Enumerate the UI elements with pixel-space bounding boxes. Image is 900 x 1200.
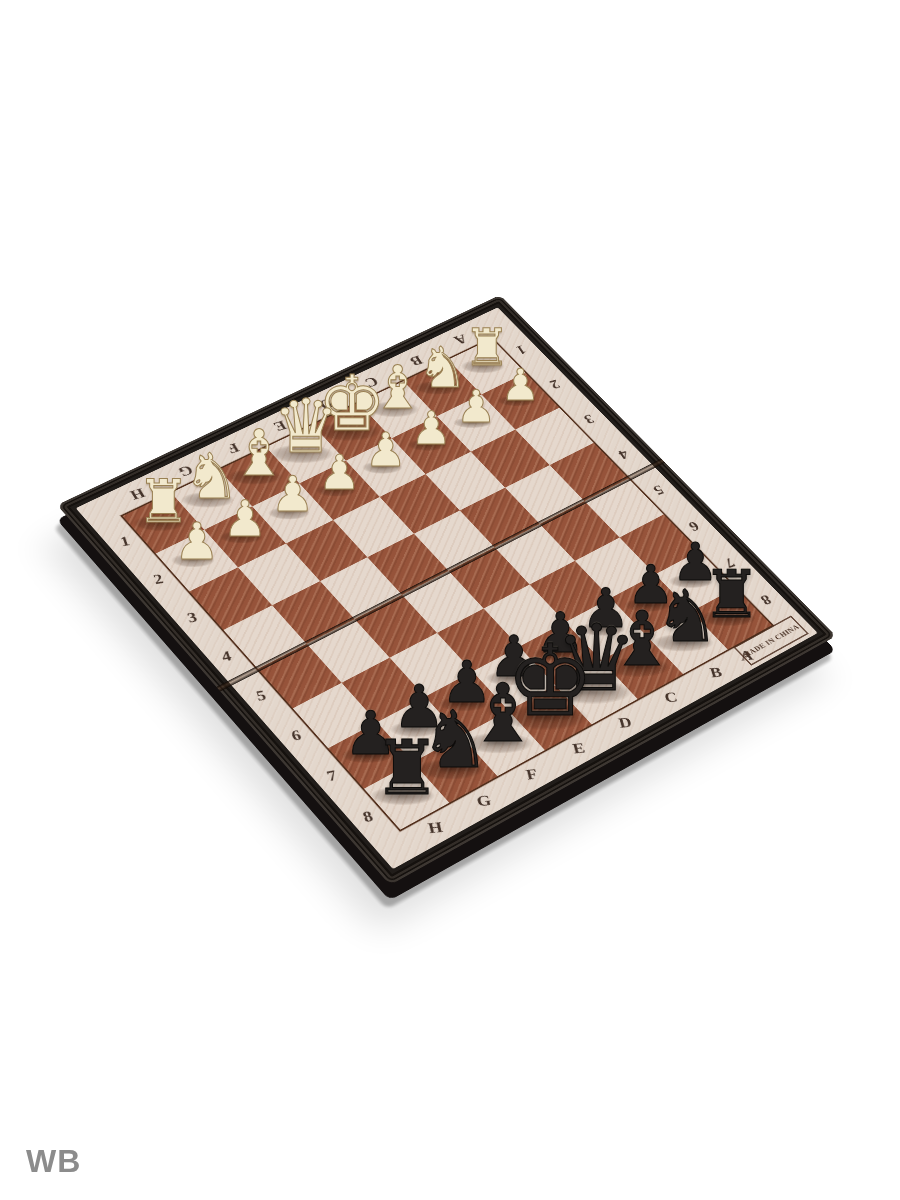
file-label-left-b: B	[407, 352, 426, 368]
rank-label-top-8: 8	[757, 591, 775, 608]
rank-label-bottom-1: 1	[118, 533, 132, 550]
chess-board-face: 1122334455667788AABBCCDDEEFFGGHH MADE IN…	[76, 307, 818, 869]
file-label-left-f: F	[224, 440, 242, 457]
rank-label-top-7: 7	[721, 554, 738, 571]
file-label-left-e: E	[270, 417, 289, 434]
chess-board-squares	[123, 339, 772, 830]
chess-board-frame: 1122334455667788AABBCCDDEEFFGGHH MADE IN…	[57, 295, 836, 885]
file-label-left-d: D	[316, 395, 336, 412]
file-label-right-e: E	[571, 740, 587, 758]
rank-label-bottom-8: 8	[361, 807, 376, 826]
rank-label-bottom-7: 7	[325, 767, 340, 786]
rank-label-top-6: 6	[685, 518, 702, 535]
rank-label-bottom-4: 4	[219, 648, 233, 666]
rank-label-bottom-3: 3	[185, 609, 199, 626]
product-photo-scene: 1122334455667788AABBCCDDEEFFGGHH MADE IN…	[0, 0, 900, 1200]
wb-watermark-logo: WB	[26, 1143, 81, 1180]
rank-label-top-4: 4	[615, 446, 632, 462]
rank-label-top-2: 2	[546, 376, 563, 392]
file-label-left-c: C	[362, 373, 382, 390]
file-label-left-h: H	[127, 485, 148, 503]
file-label-right-b: B	[708, 664, 724, 681]
file-label-right-h: H	[426, 818, 444, 837]
file-label-right-c: C	[662, 689, 679, 707]
file-label-left-a: A	[451, 331, 471, 348]
rank-label-bottom-5: 5	[254, 687, 268, 705]
file-label-right-f: F	[524, 766, 539, 784]
rank-label-top-1: 1	[513, 342, 529, 358]
rank-label-bottom-6: 6	[289, 727, 304, 745]
rank-label-top-3: 3	[581, 411, 598, 427]
file-label-left-g: G	[175, 462, 196, 480]
rank-label-top-5: 5	[650, 482, 667, 498]
file-label-right-g: G	[475, 792, 493, 811]
rank-label-bottom-2: 2	[152, 571, 166, 588]
file-label-right-d: D	[617, 714, 634, 732]
